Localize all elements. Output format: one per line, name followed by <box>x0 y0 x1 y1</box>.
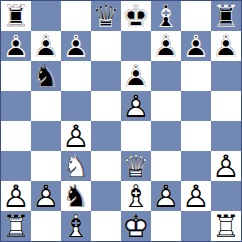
square-b1[interactable] <box>31 211 61 241</box>
square-b6[interactable]: ♞♘ <box>31 61 61 91</box>
piece-outline-glyph: ♗ <box>61 211 91 241</box>
square-a8[interactable]: ♜♖ <box>1 1 31 31</box>
square-f5[interactable] <box>151 91 181 121</box>
square-b7[interactable]: ♟♙ <box>31 31 61 61</box>
white-pawn-icon[interactable]: ♟♙ <box>1 181 31 211</box>
square-f6[interactable] <box>151 61 181 91</box>
square-c6[interactable] <box>61 61 91 91</box>
black-pawn-icon[interactable]: ♟♙ <box>121 61 151 91</box>
piece-outline-glyph: ♙ <box>151 181 181 211</box>
square-f4[interactable] <box>151 121 181 151</box>
square-h4[interactable] <box>211 121 241 151</box>
piece-outline-glyph: ♙ <box>61 121 91 151</box>
square-h6[interactable] <box>211 61 241 91</box>
piece-outline-glyph: ♕ <box>121 151 151 181</box>
square-f1[interactable] <box>151 211 181 241</box>
white-knight-icon[interactable]: ♞♘ <box>61 151 91 181</box>
piece-outline-glyph: ♙ <box>1 31 31 61</box>
square-e1[interactable]: ♚♔ <box>121 211 151 241</box>
white-king-icon[interactable]: ♚♔ <box>121 211 151 241</box>
piece-outline-glyph: ♙ <box>181 181 211 211</box>
square-g5[interactable] <box>181 91 211 121</box>
square-a7[interactable]: ♟♙ <box>1 31 31 61</box>
square-b2[interactable]: ♟♙ <box>31 181 61 211</box>
square-h5[interactable] <box>211 91 241 121</box>
square-g2[interactable]: ♟♙ <box>181 181 211 211</box>
square-g4[interactable] <box>181 121 211 151</box>
white-rook-icon[interactable]: ♜♖ <box>211 211 241 241</box>
square-g6[interactable] <box>181 61 211 91</box>
black-rook-icon[interactable]: ♜♖ <box>1 1 31 31</box>
piece-outline-glyph: ♘ <box>31 61 61 91</box>
piece-outline-glyph: ♙ <box>121 61 151 91</box>
square-c8[interactable] <box>61 1 91 31</box>
square-f3[interactable] <box>151 151 181 181</box>
piece-outline-glyph: ♘ <box>61 181 91 211</box>
white-bishop-icon[interactable]: ♝♗ <box>61 211 91 241</box>
black-king-icon[interactable]: ♚♔ <box>121 1 151 31</box>
black-bishop-icon[interactable]: ♝♗ <box>151 1 181 31</box>
black-knight-icon[interactable]: ♞♘ <box>31 61 61 91</box>
piece-outline-glyph: ♔ <box>121 1 151 31</box>
white-pawn-icon[interactable]: ♟♙ <box>151 181 181 211</box>
square-b5[interactable] <box>31 91 61 121</box>
white-pawn-icon[interactable]: ♟♙ <box>181 181 211 211</box>
square-c1[interactable]: ♝♗ <box>61 211 91 241</box>
black-queen-icon[interactable]: ♛♕ <box>91 1 121 31</box>
square-e2[interactable]: ♝♗ <box>121 181 151 211</box>
square-h1[interactable]: ♜♖ <box>211 211 241 241</box>
square-d2[interactable] <box>91 181 121 211</box>
square-d4[interactable] <box>91 121 121 151</box>
white-pawn-icon[interactable]: ♟♙ <box>31 181 61 211</box>
piece-outline-glyph: ♙ <box>151 31 181 61</box>
square-e4[interactable] <box>121 121 151 151</box>
square-a5[interactable] <box>1 91 31 121</box>
black-pawn-icon[interactable]: ♟♙ <box>61 31 91 61</box>
piece-outline-glyph: ♔ <box>121 211 151 241</box>
square-h2[interactable] <box>211 181 241 211</box>
square-h7[interactable]: ♟♙ <box>211 31 241 61</box>
square-b4[interactable] <box>31 121 61 151</box>
square-c4[interactable]: ♟♙ <box>61 121 91 151</box>
white-pawn-icon[interactable]: ♟♙ <box>61 121 91 151</box>
white-bishop-icon[interactable]: ♝♗ <box>121 181 151 211</box>
black-pawn-icon[interactable]: ♟♙ <box>211 31 241 61</box>
square-e3[interactable]: ♛♕ <box>121 151 151 181</box>
square-e6[interactable]: ♟♙ <box>121 61 151 91</box>
white-pawn-icon[interactable]: ♟♙ <box>211 151 241 181</box>
square-b8[interactable] <box>31 1 61 31</box>
square-g1[interactable] <box>181 211 211 241</box>
square-f8[interactable]: ♝♗ <box>151 1 181 31</box>
square-g3[interactable] <box>181 151 211 181</box>
black-pawn-icon[interactable]: ♟♙ <box>181 31 211 61</box>
square-e8[interactable]: ♚♔ <box>121 1 151 31</box>
chess-board-grid: ♜♖♛♕♚♔♝♗♜♖♟♙♟♙♟♙♟♙♟♙♟♙♞♘♟♙♟♙♟♙♞♘♛♕♟♙♟♙♟♙… <box>1 1 241 241</box>
piece-outline-glyph: ♙ <box>31 181 61 211</box>
square-d1[interactable] <box>91 211 121 241</box>
white-pawn-icon[interactable]: ♟♙ <box>121 91 151 121</box>
square-g7[interactable]: ♟♙ <box>181 31 211 61</box>
piece-outline-glyph: ♙ <box>31 31 61 61</box>
square-c5[interactable] <box>61 91 91 121</box>
square-e5[interactable]: ♟♙ <box>121 91 151 121</box>
square-a1[interactable]: ♜♖ <box>1 211 31 241</box>
square-h3[interactable]: ♟♙ <box>211 151 241 181</box>
piece-outline-glyph: ♙ <box>211 31 241 61</box>
square-a4[interactable] <box>1 121 31 151</box>
square-d3[interactable] <box>91 151 121 181</box>
piece-outline-glyph: ♙ <box>61 31 91 61</box>
square-e7[interactable] <box>121 31 151 61</box>
piece-outline-glyph: ♖ <box>1 211 31 241</box>
piece-outline-glyph: ♗ <box>121 181 151 211</box>
piece-outline-glyph: ♖ <box>211 211 241 241</box>
piece-outline-glyph: ♕ <box>91 1 121 31</box>
square-c3[interactable]: ♞♘ <box>61 151 91 181</box>
square-c7[interactable]: ♟♙ <box>61 31 91 61</box>
piece-outline-glyph: ♗ <box>151 1 181 31</box>
square-a6[interactable] <box>1 61 31 91</box>
piece-outline-glyph: ♙ <box>121 91 151 121</box>
piece-outline-glyph: ♖ <box>211 1 241 31</box>
black-rook-icon[interactable]: ♜♖ <box>211 1 241 31</box>
black-pawn-icon[interactable]: ♟♙ <box>1 31 31 61</box>
square-a3[interactable] <box>1 151 31 181</box>
piece-outline-glyph: ♖ <box>1 1 31 31</box>
piece-outline-glyph: ♙ <box>181 31 211 61</box>
square-f2[interactable]: ♟♙ <box>151 181 181 211</box>
square-b3[interactable] <box>31 151 61 181</box>
piece-outline-glyph: ♙ <box>1 181 31 211</box>
square-d7[interactable] <box>91 31 121 61</box>
black-pawn-icon[interactable]: ♟♙ <box>31 31 61 61</box>
square-c2[interactable]: ♞♘ <box>61 181 91 211</box>
square-g8[interactable] <box>181 1 211 31</box>
square-d6[interactable] <box>91 61 121 91</box>
black-pawn-icon[interactable]: ♟♙ <box>151 31 181 61</box>
square-d8[interactable]: ♛♕ <box>91 1 121 31</box>
black-knight-icon[interactable]: ♞♘ <box>61 181 91 211</box>
square-d5[interactable] <box>91 91 121 121</box>
white-queen-icon[interactable]: ♛♕ <box>121 151 151 181</box>
square-f7[interactable]: ♟♙ <box>151 31 181 61</box>
square-a2[interactable]: ♟♙ <box>1 181 31 211</box>
piece-outline-glyph: ♙ <box>211 151 241 181</box>
square-h8[interactable]: ♜♖ <box>211 1 241 31</box>
chess-board: ♜♖♛♕♚♔♝♗♜♖♟♙♟♙♟♙♟♙♟♙♟♙♞♘♟♙♟♙♟♙♞♘♛♕♟♙♟♙♟♙… <box>0 0 242 242</box>
white-rook-icon[interactable]: ♜♖ <box>1 211 31 241</box>
piece-outline-glyph: ♘ <box>61 151 91 181</box>
